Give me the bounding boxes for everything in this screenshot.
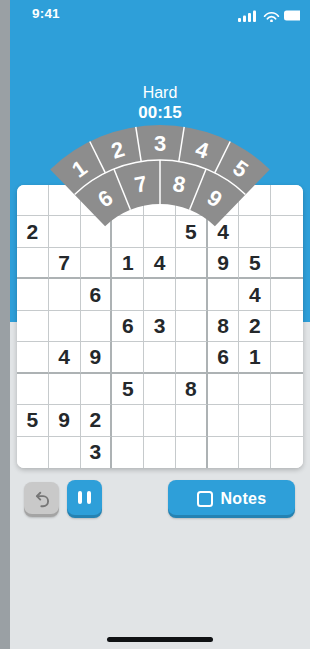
cell-r9c7[interactable] [208,437,240,468]
cell-r6c5[interactable] [144,342,176,373]
checkbox-unchecked-icon [197,491,213,507]
cell-r7c4[interactable]: 5 [112,374,144,405]
cell-r3c7[interactable]: 9 [208,248,240,279]
undo-arrow-icon [30,488,54,512]
cell-r3c5[interactable]: 4 [144,248,176,279]
cell-r8c9[interactable] [271,405,303,436]
cell-r8c2[interactable]: 9 [49,405,81,436]
cell-r5c4[interactable]: 6 [112,311,144,342]
cell-r4c6[interactable] [176,279,208,310]
cellular-signal-icon [238,11,256,23]
cell-r5c5[interactable]: 3 [144,311,176,342]
cell-r7c3[interactable] [81,374,113,405]
cell-r7c1[interactable] [17,374,49,405]
cell-r8c7[interactable] [208,405,240,436]
cell-r3c8[interactable]: 5 [239,248,271,279]
cell-r9c4[interactable] [112,437,144,468]
cell-r6c8[interactable]: 1 [239,342,271,373]
cell-r5c7[interactable]: 8 [208,311,240,342]
cell-r4c2[interactable] [49,279,81,310]
cell-r6c4[interactable] [112,342,144,373]
number-pad-fan[interactable]: 123456789 [10,100,310,235]
numpad-3[interactable]: 3 [154,131,166,156]
battery-icon [284,11,300,21]
cell-r9c2[interactable] [49,437,81,468]
cell-r9c1[interactable] [17,437,49,468]
cell-r7c9[interactable] [271,374,303,405]
cell-r4c3[interactable]: 6 [81,279,113,310]
cell-r6c9[interactable] [271,342,303,373]
cell-r4c4[interactable] [112,279,144,310]
cell-r8c8[interactable] [239,405,271,436]
cell-r3c1[interactable] [17,248,49,279]
pause-icon [76,490,94,508]
cell-r8c4[interactable] [112,405,144,436]
cell-r6c7[interactable]: 6 [208,342,240,373]
cell-r7c2[interactable] [49,374,81,405]
home-indicator[interactable] [107,637,213,642]
undo-button[interactable] [24,482,59,517]
cell-r7c7[interactable] [208,374,240,405]
cell-r9c5[interactable] [144,437,176,468]
cell-r9c8[interactable] [239,437,271,468]
wifi-icon [265,13,279,22]
cell-r4c7[interactable] [208,279,240,310]
pause-button[interactable] [67,480,102,518]
cell-r3c9[interactable] [271,248,303,279]
cell-r6c2[interactable]: 4 [49,342,81,373]
cell-r9c6[interactable] [176,437,208,468]
status-bar-time: 9:41 [32,6,82,21]
cell-r6c1[interactable] [17,342,49,373]
cell-r9c9[interactable] [271,437,303,468]
cell-r7c8[interactable] [239,374,271,405]
cell-r8c3[interactable]: 2 [81,405,113,436]
cell-r3c4[interactable]: 1 [112,248,144,279]
cell-r4c9[interactable] [271,279,303,310]
cell-r3c6[interactable] [176,248,208,279]
cell-r6c3[interactable]: 9 [81,342,113,373]
cell-r8c6[interactable] [176,405,208,436]
cell-r5c3[interactable] [81,311,113,342]
cell-r5c2[interactable] [49,311,81,342]
cell-r4c1[interactable] [17,279,49,310]
cell-r6c6[interactable] [176,342,208,373]
cell-r9c3[interactable]: 3 [81,437,113,468]
status-bar-icons [238,9,300,22]
cell-r5c1[interactable] [17,311,49,342]
notes-button-label: Notes [221,490,267,508]
cell-r7c6[interactable]: 8 [176,374,208,405]
cell-r4c5[interactable] [144,279,176,310]
cell-r7c5[interactable] [144,374,176,405]
cell-r8c1[interactable]: 5 [17,405,49,436]
cell-r5c6[interactable] [176,311,208,342]
cell-r5c8[interactable]: 2 [239,311,271,342]
notes-button[interactable]: Notes [168,480,295,518]
cell-r8c5[interactable] [144,405,176,436]
sudoku-app-screen: 9:41 Hard 00:15 123456789 25471495646382… [10,0,310,649]
cell-r3c2[interactable]: 7 [49,248,81,279]
cell-r3c3[interactable] [81,248,113,279]
cell-r4c8[interactable]: 4 [239,279,271,310]
cell-r5c9[interactable] [271,311,303,342]
